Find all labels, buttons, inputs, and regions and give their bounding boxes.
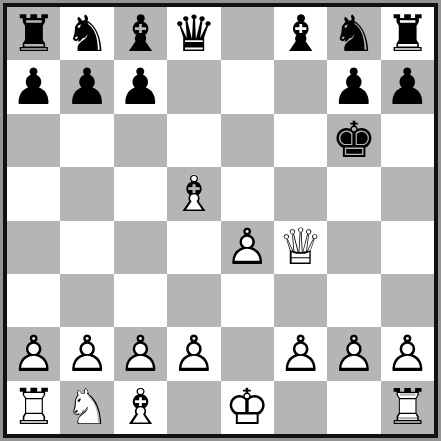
square-f2[interactable]: ♟♙ bbox=[274, 327, 327, 380]
piece-glyph-fill: ♟ bbox=[118, 58, 163, 116]
piece-glyph-outline: ♙ bbox=[171, 329, 216, 379]
square-g7[interactable]: ♟ bbox=[327, 60, 380, 113]
white-pawn[interactable]: ♟♙ bbox=[278, 329, 323, 379]
square-a7[interactable]: ♟ bbox=[7, 60, 60, 113]
square-d3[interactable] bbox=[167, 274, 220, 327]
square-c2[interactable]: ♟♙ bbox=[114, 327, 167, 380]
square-f3[interactable] bbox=[274, 274, 327, 327]
piece-glyph-outline: ♗ bbox=[171, 169, 216, 219]
black-rook[interactable]: ♜ bbox=[385, 9, 430, 59]
piece-glyph-outline: ♖ bbox=[11, 382, 56, 432]
square-a8[interactable]: ♜ bbox=[7, 7, 60, 60]
square-e5[interactable] bbox=[221, 167, 274, 220]
square-e4[interactable]: ♟♙ bbox=[221, 221, 274, 274]
white-rook[interactable]: ♜♖ bbox=[385, 382, 430, 432]
piece-glyph-outline: ♙ bbox=[278, 329, 323, 379]
black-knight[interactable]: ♞ bbox=[332, 9, 377, 59]
square-b1[interactable]: ♞♘ bbox=[60, 381, 113, 434]
square-h3[interactable] bbox=[381, 274, 434, 327]
square-e6[interactable] bbox=[221, 114, 274, 167]
piece-glyph-outline: ♖ bbox=[385, 382, 430, 432]
square-d7[interactable] bbox=[167, 60, 220, 113]
square-g1[interactable] bbox=[327, 381, 380, 434]
black-pawn[interactable]: ♟ bbox=[118, 62, 163, 112]
piece-glyph-fill: ♚ bbox=[332, 111, 377, 169]
square-b3[interactable] bbox=[60, 274, 113, 327]
chess-board-frame: ♜♞♝♛♝♞♜♟♟♟♟♟♚♝♗♟♙♛♕♟♙♟♙♟♙♟♙♟♙♟♙♟♙♜♖♞♘♝♗♚… bbox=[0, 0, 441, 441]
square-e2[interactable] bbox=[221, 327, 274, 380]
black-pawn[interactable]: ♟ bbox=[332, 62, 377, 112]
white-pawn[interactable]: ♟♙ bbox=[65, 329, 110, 379]
square-b4[interactable] bbox=[60, 221, 113, 274]
square-h6[interactable] bbox=[381, 114, 434, 167]
square-c3[interactable] bbox=[114, 274, 167, 327]
piece-glyph-outline: ♔ bbox=[225, 382, 270, 432]
black-pawn[interactable]: ♟ bbox=[11, 62, 56, 112]
square-h2[interactable]: ♟♙ bbox=[381, 327, 434, 380]
white-king[interactable]: ♚♔ bbox=[225, 382, 270, 432]
square-g2[interactable]: ♟♙ bbox=[327, 327, 380, 380]
square-c7[interactable]: ♟ bbox=[114, 60, 167, 113]
piece-glyph-fill: ♞ bbox=[65, 5, 110, 63]
square-h5[interactable] bbox=[381, 167, 434, 220]
square-a1[interactable]: ♜♖ bbox=[7, 381, 60, 434]
white-rook[interactable]: ♜♖ bbox=[11, 382, 56, 432]
black-pawn[interactable]: ♟ bbox=[385, 62, 430, 112]
white-queen[interactable]: ♛♕ bbox=[278, 222, 323, 272]
square-g8[interactable]: ♞ bbox=[327, 7, 380, 60]
square-g5[interactable] bbox=[327, 167, 380, 220]
white-bishop[interactable]: ♝♗ bbox=[171, 169, 216, 219]
black-king[interactable]: ♚ bbox=[332, 115, 377, 165]
piece-glyph-outline: ♙ bbox=[385, 329, 430, 379]
square-d1[interactable] bbox=[167, 381, 220, 434]
square-c5[interactable] bbox=[114, 167, 167, 220]
piece-glyph-outline: ♘ bbox=[65, 382, 110, 432]
square-e1[interactable]: ♚♔ bbox=[221, 381, 274, 434]
square-h4[interactable] bbox=[381, 221, 434, 274]
chess-board: ♜♞♝♛♝♞♜♟♟♟♟♟♚♝♗♟♙♛♕♟♙♟♙♟♙♟♙♟♙♟♙♟♙♜♖♞♘♝♗♚… bbox=[7, 7, 434, 434]
black-rook[interactable]: ♜ bbox=[11, 9, 56, 59]
piece-glyph-outline: ♙ bbox=[225, 222, 270, 272]
square-d8[interactable]: ♛ bbox=[167, 7, 220, 60]
square-d6[interactable] bbox=[167, 114, 220, 167]
white-pawn[interactable]: ♟♙ bbox=[171, 329, 216, 379]
piece-glyph-outline: ♙ bbox=[65, 329, 110, 379]
square-h7[interactable]: ♟ bbox=[381, 60, 434, 113]
piece-glyph-fill: ♜ bbox=[11, 5, 56, 63]
piece-glyph-outline: ♙ bbox=[118, 329, 163, 379]
piece-glyph-fill: ♟ bbox=[11, 58, 56, 116]
piece-glyph-fill: ♝ bbox=[118, 5, 163, 63]
square-a2[interactable]: ♟♙ bbox=[7, 327, 60, 380]
piece-glyph-outline: ♕ bbox=[278, 222, 323, 272]
square-b7[interactable]: ♟ bbox=[60, 60, 113, 113]
piece-glyph-fill: ♟ bbox=[385, 58, 430, 116]
white-pawn[interactable]: ♟♙ bbox=[225, 222, 270, 272]
square-e7[interactable] bbox=[221, 60, 274, 113]
square-f1[interactable] bbox=[274, 381, 327, 434]
square-f6[interactable] bbox=[274, 114, 327, 167]
square-c4[interactable] bbox=[114, 221, 167, 274]
square-c1[interactable]: ♝♗ bbox=[114, 381, 167, 434]
square-a6[interactable] bbox=[7, 114, 60, 167]
square-b6[interactable] bbox=[60, 114, 113, 167]
chess-board-border: ♜♞♝♛♝♞♜♟♟♟♟♟♚♝♗♟♙♛♕♟♙♟♙♟♙♟♙♟♙♟♙♟♙♜♖♞♘♝♗♚… bbox=[3, 3, 438, 438]
black-pawn[interactable]: ♟ bbox=[65, 62, 110, 112]
piece-glyph-fill: ♜ bbox=[385, 5, 430, 63]
square-a5[interactable] bbox=[7, 167, 60, 220]
piece-glyph-outline: ♙ bbox=[11, 329, 56, 379]
piece-glyph-fill: ♛ bbox=[171, 5, 216, 63]
square-f4[interactable]: ♛♕ bbox=[274, 221, 327, 274]
square-f8[interactable]: ♝ bbox=[274, 7, 327, 60]
white-pawn[interactable]: ♟♙ bbox=[118, 329, 163, 379]
square-b5[interactable] bbox=[60, 167, 113, 220]
piece-glyph-outline: ♗ bbox=[118, 382, 163, 432]
square-c8[interactable]: ♝ bbox=[114, 7, 167, 60]
square-a3[interactable] bbox=[7, 274, 60, 327]
black-bishop[interactable]: ♝ bbox=[118, 9, 163, 59]
square-f7[interactable] bbox=[274, 60, 327, 113]
white-pawn[interactable]: ♟♙ bbox=[332, 329, 377, 379]
white-bishop[interactable]: ♝♗ bbox=[118, 382, 163, 432]
square-c6[interactable] bbox=[114, 114, 167, 167]
square-g6[interactable]: ♚ bbox=[327, 114, 380, 167]
square-g3[interactable] bbox=[327, 274, 380, 327]
square-h1[interactable]: ♜♖ bbox=[381, 381, 434, 434]
piece-glyph-fill: ♝ bbox=[278, 5, 323, 63]
white-pawn[interactable]: ♟♙ bbox=[11, 329, 56, 379]
square-d5[interactable]: ♝♗ bbox=[167, 167, 220, 220]
piece-glyph-fill: ♟ bbox=[332, 58, 377, 116]
black-queen[interactable]: ♛ bbox=[171, 9, 216, 59]
piece-glyph-fill: ♞ bbox=[332, 5, 377, 63]
square-a4[interactable] bbox=[7, 221, 60, 274]
square-h8[interactable]: ♜ bbox=[381, 7, 434, 60]
square-b2[interactable]: ♟♙ bbox=[60, 327, 113, 380]
piece-glyph-fill: ♟ bbox=[65, 58, 110, 116]
square-g4[interactable] bbox=[327, 221, 380, 274]
square-e3[interactable] bbox=[221, 274, 274, 327]
black-knight[interactable]: ♞ bbox=[65, 9, 110, 59]
black-bishop[interactable]: ♝ bbox=[278, 9, 323, 59]
square-f5[interactable] bbox=[274, 167, 327, 220]
piece-glyph-outline: ♙ bbox=[332, 329, 377, 379]
white-knight[interactable]: ♞♘ bbox=[65, 382, 110, 432]
square-d4[interactable] bbox=[167, 221, 220, 274]
white-pawn[interactable]: ♟♙ bbox=[385, 329, 430, 379]
square-e8[interactable] bbox=[221, 7, 274, 60]
square-d2[interactable]: ♟♙ bbox=[167, 327, 220, 380]
square-b8[interactable]: ♞ bbox=[60, 7, 113, 60]
